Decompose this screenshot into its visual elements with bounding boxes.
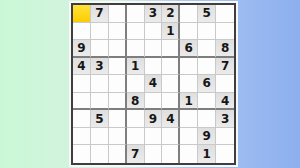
cell-r1c5[interactable]: 3	[145, 5, 163, 23]
cell-r3c5[interactable]	[145, 40, 163, 58]
cell-r4c6[interactable]	[162, 58, 180, 76]
cell-r3c7[interactable]: 6	[180, 40, 198, 58]
cell-r7c3[interactable]	[109, 110, 127, 128]
cell-r7c2[interactable]: 5	[91, 110, 109, 128]
cell-r9c5[interactable]	[145, 145, 163, 163]
cell-r9c6[interactable]	[162, 145, 180, 163]
cell-r2c3[interactable]	[109, 23, 127, 41]
cell-r8c8[interactable]: 9	[198, 128, 216, 146]
cell-r1c8[interactable]: 5	[198, 5, 216, 23]
cell-r4c3[interactable]	[109, 58, 127, 76]
cell-r6c8[interactable]	[198, 93, 216, 111]
cell-r6c5[interactable]	[145, 93, 163, 111]
cell-r9c1[interactable]	[73, 145, 91, 163]
cell-r4c2[interactable]: 3	[91, 58, 109, 76]
cell-r5c9[interactable]	[216, 75, 234, 93]
cell-r2c8[interactable]	[198, 23, 216, 41]
cell-r5c8[interactable]: 6	[198, 75, 216, 93]
cell-r7c6[interactable]: 4	[162, 110, 180, 128]
cell-r6c1[interactable]	[73, 93, 91, 111]
cell-r1c9[interactable]	[216, 5, 234, 23]
cell-r1c4[interactable]	[127, 5, 145, 23]
cell-r5c5[interactable]: 4	[145, 75, 163, 93]
cell-r9c3[interactable]	[109, 145, 127, 163]
cell-r8c3[interactable]	[109, 128, 127, 146]
cell-r9c9[interactable]	[216, 145, 234, 163]
cell-r4c9[interactable]: 7	[216, 58, 234, 76]
cell-r9c4[interactable]: 7	[127, 145, 145, 163]
cell-r9c7[interactable]	[180, 145, 198, 163]
cell-r2c2[interactable]	[91, 23, 109, 41]
cell-r4c5[interactable]	[145, 58, 163, 76]
cell-r9c2[interactable]	[91, 145, 109, 163]
cell-r8c4[interactable]	[127, 128, 145, 146]
cell-r6c3[interactable]	[109, 93, 127, 111]
cell-r2c5[interactable]	[145, 23, 163, 41]
cell-r3c2[interactable]	[91, 40, 109, 58]
cell-r1c1[interactable]	[73, 5, 91, 23]
cell-r8c5[interactable]	[145, 128, 163, 146]
cell-r2c9[interactable]	[216, 23, 234, 41]
cell-r5c6[interactable]	[162, 75, 180, 93]
sudoku-board: 732519684317468145943971	[71, 3, 236, 165]
cell-r5c3[interactable]	[109, 75, 127, 93]
cell-r1c2[interactable]: 7	[91, 5, 109, 23]
cell-r3c3[interactable]	[109, 40, 127, 58]
cell-r2c4[interactable]	[127, 23, 145, 41]
cell-r4c4[interactable]: 1	[127, 58, 145, 76]
cell-r5c7[interactable]	[180, 75, 198, 93]
cell-r2c1[interactable]	[73, 23, 91, 41]
cell-r7c5[interactable]: 9	[145, 110, 163, 128]
cell-r2c7[interactable]	[180, 23, 198, 41]
cell-r7c7[interactable]	[180, 110, 198, 128]
cell-r4c7[interactable]	[180, 58, 198, 76]
cell-r1c6[interactable]: 2	[162, 5, 180, 23]
cell-r9c8[interactable]: 1	[198, 145, 216, 163]
cell-r2c6[interactable]: 1	[162, 23, 180, 41]
cell-r7c4[interactable]	[127, 110, 145, 128]
cell-r6c9[interactable]: 4	[216, 93, 234, 111]
cell-r3c9[interactable]: 8	[216, 40, 234, 58]
cell-r7c8[interactable]	[198, 110, 216, 128]
cell-r6c7[interactable]: 1	[180, 93, 198, 111]
cell-r6c2[interactable]	[91, 93, 109, 111]
cell-r1c3[interactable]	[109, 5, 127, 23]
cell-r3c8[interactable]	[198, 40, 216, 58]
cell-r8c7[interactable]	[180, 128, 198, 146]
cell-r4c8[interactable]	[198, 58, 216, 76]
cell-r5c1[interactable]	[73, 75, 91, 93]
cell-r1c7[interactable]	[180, 5, 198, 23]
cell-r4c1[interactable]: 4	[73, 58, 91, 76]
cell-r8c1[interactable]	[73, 128, 91, 146]
app-background: 732519684317468145943971	[0, 0, 300, 168]
cell-r8c9[interactable]	[216, 128, 234, 146]
cell-r3c1[interactable]: 9	[73, 40, 91, 58]
cell-r6c4[interactable]: 8	[127, 93, 145, 111]
cell-r5c4[interactable]	[127, 75, 145, 93]
cell-r5c2[interactable]	[91, 75, 109, 93]
cell-r3c4[interactable]	[127, 40, 145, 58]
cell-r8c2[interactable]	[91, 128, 109, 146]
cell-r7c9[interactable]: 3	[216, 110, 234, 128]
cell-r8c6[interactable]	[162, 128, 180, 146]
cell-r3c6[interactable]	[162, 40, 180, 58]
cell-r6c6[interactable]	[162, 93, 180, 111]
cell-r7c1[interactable]	[73, 110, 91, 128]
